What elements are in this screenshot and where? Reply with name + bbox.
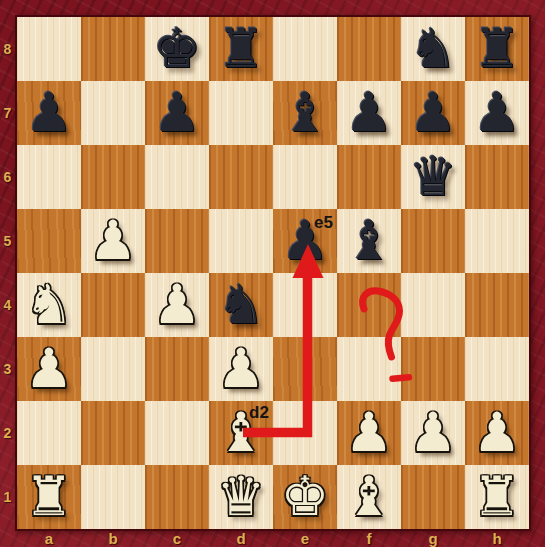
square-c6[interactable] (145, 145, 209, 209)
square-d1[interactable]: ♛ (209, 465, 273, 529)
square-c1[interactable] (145, 465, 209, 529)
square-f4[interactable] (337, 273, 401, 337)
square-g5[interactable] (401, 209, 465, 273)
rank-label-6: 6 (0, 170, 15, 184)
file-label-a: a (17, 531, 81, 546)
file-label-f: f (337, 531, 401, 546)
square-b4[interactable] (81, 273, 145, 337)
white-rook-h1: ♜ (465, 465, 529, 529)
square-h6[interactable] (465, 145, 529, 209)
square-d6[interactable] (209, 145, 273, 209)
white-pawn-g2: ♟ (401, 401, 465, 465)
square-h5[interactable] (465, 209, 529, 273)
square-c5[interactable] (145, 209, 209, 273)
square-c7[interactable]: ♟ (145, 81, 209, 145)
square-a1[interactable]: ♜ (17, 465, 81, 529)
white-pawn-d3: ♟ (209, 337, 273, 401)
square-g6[interactable]: ♛ (401, 145, 465, 209)
square-d5[interactable] (209, 209, 273, 273)
square-h1[interactable]: ♜ (465, 465, 529, 529)
square-a4[interactable]: ♞ (17, 273, 81, 337)
rank-label-7: 7 (0, 106, 15, 120)
square-d7[interactable] (209, 81, 273, 145)
square-b8[interactable] (81, 17, 145, 81)
black-queen-g6: ♛ (401, 145, 465, 209)
black-knight-g8: ♞ (401, 17, 465, 81)
square-f7[interactable]: ♟ (337, 81, 401, 145)
black-bishop-f5: ♝ (337, 209, 401, 273)
square-g4[interactable] (401, 273, 465, 337)
square-b6[interactable] (81, 145, 145, 209)
square-e7[interactable]: ♝ (273, 81, 337, 145)
square-d2[interactable]: ♝ (209, 401, 273, 465)
square-a7[interactable]: ♟ (17, 81, 81, 145)
square-e3[interactable] (273, 337, 337, 401)
square-a2[interactable] (17, 401, 81, 465)
square-g8[interactable]: ♞ (401, 17, 465, 81)
black-rook-h8: ♜ (465, 17, 529, 81)
black-pawn-a7: ♟ (17, 81, 81, 145)
square-h3[interactable] (465, 337, 529, 401)
square-d4[interactable]: ♞ (209, 273, 273, 337)
white-bishop-d2: ♝ (209, 401, 273, 465)
square-h8[interactable]: ♜ (465, 17, 529, 81)
black-rook-d8: ♜ (209, 17, 273, 81)
square-h4[interactable] (465, 273, 529, 337)
square-d8[interactable]: ♜ (209, 17, 273, 81)
white-queen-d1: ♛ (209, 465, 273, 529)
white-knight-a4: ♞ (17, 273, 81, 337)
white-bishop-f1: ♝ (337, 465, 401, 529)
black-pawn-c7: ♟ (145, 81, 209, 145)
square-a3[interactable]: ♟ (17, 337, 81, 401)
file-label-h: h (465, 531, 529, 546)
square-b5[interactable]: ♟ (81, 209, 145, 273)
square-h7[interactable]: ♟ (465, 81, 529, 145)
square-f1[interactable]: ♝ (337, 465, 401, 529)
black-pawn-h7: ♟ (465, 81, 529, 145)
white-pawn-c4: ♟ (145, 273, 209, 337)
file-label-d: d (209, 531, 273, 546)
square-c8[interactable]: ♚ (145, 17, 209, 81)
chess-diagram: ♚♜♞♜♟♟♝♟♟♟♛♟♟♝♞♟♞♟♟♝♟♟♟♜♛♚♝♜ 87654321 ab… (0, 0, 545, 547)
square-b1[interactable] (81, 465, 145, 529)
white-pawn-b5: ♟ (81, 209, 145, 273)
square-f8[interactable] (337, 17, 401, 81)
square-e1[interactable]: ♚ (273, 465, 337, 529)
square-e5[interactable]: ♟ (273, 209, 337, 273)
square-c4[interactable]: ♟ (145, 273, 209, 337)
square-g2[interactable]: ♟ (401, 401, 465, 465)
square-a8[interactable] (17, 17, 81, 81)
black-pawn-g7: ♟ (401, 81, 465, 145)
square-c3[interactable] (145, 337, 209, 401)
square-e4[interactable] (273, 273, 337, 337)
rank-label-1: 1 (0, 490, 15, 504)
file-label-e: e (273, 531, 337, 546)
white-pawn-a3: ♟ (17, 337, 81, 401)
square-f3[interactable] (337, 337, 401, 401)
square-b7[interactable] (81, 81, 145, 145)
black-knight-d4: ♞ (209, 273, 273, 337)
chess-board: ♚♜♞♜♟♟♝♟♟♟♛♟♟♝♞♟♞♟♟♝♟♟♟♜♛♚♝♜ (15, 15, 531, 531)
white-pawn-h2: ♟ (465, 401, 529, 465)
black-pawn-e5: ♟ (273, 209, 337, 273)
file-label-b: b (81, 531, 145, 546)
rank-label-3: 3 (0, 362, 15, 376)
square-b2[interactable] (81, 401, 145, 465)
square-a5[interactable] (17, 209, 81, 273)
rank-label-4: 4 (0, 298, 15, 312)
white-rook-a1: ♜ (17, 465, 81, 529)
white-pawn-f2: ♟ (337, 401, 401, 465)
square-g3[interactable] (401, 337, 465, 401)
square-e8[interactable] (273, 17, 337, 81)
square-e2[interactable] (273, 401, 337, 465)
square-a6[interactable] (17, 145, 81, 209)
rank-label-8: 8 (0, 42, 15, 56)
square-f6[interactable] (337, 145, 401, 209)
square-h2[interactable]: ♟ (465, 401, 529, 465)
square-d3[interactable]: ♟ (209, 337, 273, 401)
square-g1[interactable] (401, 465, 465, 529)
white-king-e1: ♚ (273, 465, 337, 529)
rank-label-2: 2 (0, 426, 15, 440)
black-bishop-e7: ♝ (273, 81, 337, 145)
black-king-c8: ♚ (145, 17, 209, 81)
file-label-c: c (145, 531, 209, 546)
square-f2[interactable]: ♟ (337, 401, 401, 465)
file-label-g: g (401, 531, 465, 546)
square-b3[interactable] (81, 337, 145, 401)
black-pawn-f7: ♟ (337, 81, 401, 145)
square-e6[interactable] (273, 145, 337, 209)
square-g7[interactable]: ♟ (401, 81, 465, 145)
square-c2[interactable] (145, 401, 209, 465)
rank-label-5: 5 (0, 234, 15, 248)
square-f5[interactable]: ♝ (337, 209, 401, 273)
